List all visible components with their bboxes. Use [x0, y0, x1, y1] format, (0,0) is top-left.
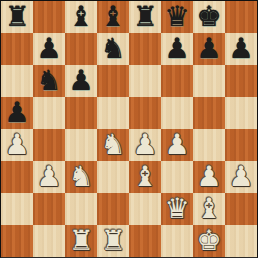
square-d5[interactable] — [97, 97, 129, 129]
square-e4[interactable]: ♟ — [129, 129, 161, 161]
black-knight-piece: ♞ — [97, 33, 129, 65]
black-pawn-piece: ♟ — [1, 97, 33, 129]
square-a4[interactable]: ♟ — [1, 129, 33, 161]
square-f4[interactable]: ♟ — [161, 129, 193, 161]
square-b6[interactable]: ♞ — [33, 65, 65, 97]
square-a7[interactable] — [1, 33, 33, 65]
square-d4[interactable]: ♞ — [97, 129, 129, 161]
white-rook-piece: ♜ — [97, 225, 129, 257]
square-c4[interactable] — [65, 129, 97, 161]
square-f5[interactable] — [161, 97, 193, 129]
white-bishop-piece: ♝ — [193, 193, 225, 225]
white-knight-piece: ♞ — [97, 129, 129, 161]
white-knight-piece: ♞ — [65, 161, 97, 193]
chess-board-frame: ♜♝♝♜♛♚♟♞♟♟♟♞♟♟♟♞♟♟♟♞♝♟♟♛♝♜♜♚ — [0, 0, 258, 258]
square-e6[interactable] — [129, 65, 161, 97]
square-a3[interactable] — [1, 161, 33, 193]
square-b5[interactable] — [33, 97, 65, 129]
square-h8[interactable] — [225, 1, 257, 33]
square-f6[interactable] — [161, 65, 193, 97]
square-d8[interactable]: ♝ — [97, 1, 129, 33]
chess-board: ♜♝♝♜♛♚♟♞♟♟♟♞♟♟♟♞♟♟♟♞♝♟♟♛♝♜♜♚ — [1, 1, 257, 257]
square-f2[interactable]: ♛ — [161, 193, 193, 225]
black-queen-piece: ♛ — [161, 1, 193, 33]
black-king-piece: ♚ — [193, 1, 225, 33]
square-e8[interactable]: ♜ — [129, 1, 161, 33]
square-e1[interactable] — [129, 225, 161, 257]
black-bishop-piece: ♝ — [97, 1, 129, 33]
square-f7[interactable]: ♟ — [161, 33, 193, 65]
square-d3[interactable] — [97, 161, 129, 193]
square-c8[interactable]: ♝ — [65, 1, 97, 33]
square-a6[interactable] — [1, 65, 33, 97]
black-knight-piece: ♞ — [33, 65, 65, 97]
square-f8[interactable]: ♛ — [161, 1, 193, 33]
black-pawn-piece: ♟ — [193, 33, 225, 65]
black-pawn-piece: ♟ — [225, 33, 257, 65]
square-c7[interactable] — [65, 33, 97, 65]
square-g7[interactable]: ♟ — [193, 33, 225, 65]
white-pawn-piece: ♟ — [225, 161, 257, 193]
square-b7[interactable]: ♟ — [33, 33, 65, 65]
square-g3[interactable]: ♟ — [193, 161, 225, 193]
square-b2[interactable] — [33, 193, 65, 225]
black-pawn-piece: ♟ — [161, 33, 193, 65]
square-c1[interactable]: ♜ — [65, 225, 97, 257]
black-rook-piece: ♜ — [129, 1, 161, 33]
white-pawn-piece: ♟ — [1, 129, 33, 161]
white-king-piece: ♚ — [193, 225, 225, 257]
square-f3[interactable] — [161, 161, 193, 193]
square-c5[interactable] — [65, 97, 97, 129]
white-pawn-piece: ♟ — [193, 161, 225, 193]
square-a1[interactable] — [1, 225, 33, 257]
white-bishop-piece: ♝ — [129, 161, 161, 193]
black-pawn-piece: ♟ — [33, 33, 65, 65]
white-rook-piece: ♜ — [65, 225, 97, 257]
square-h3[interactable]: ♟ — [225, 161, 257, 193]
black-bishop-piece: ♝ — [65, 1, 97, 33]
square-g8[interactable]: ♚ — [193, 1, 225, 33]
square-h4[interactable] — [225, 129, 257, 161]
square-d2[interactable] — [97, 193, 129, 225]
square-h6[interactable] — [225, 65, 257, 97]
square-a5[interactable]: ♟ — [1, 97, 33, 129]
white-pawn-piece: ♟ — [161, 129, 193, 161]
white-pawn-piece: ♟ — [129, 129, 161, 161]
square-e5[interactable] — [129, 97, 161, 129]
square-g6[interactable] — [193, 65, 225, 97]
black-pawn-piece: ♟ — [65, 65, 97, 97]
square-c2[interactable] — [65, 193, 97, 225]
white-pawn-piece: ♟ — [33, 161, 65, 193]
square-g2[interactable]: ♝ — [193, 193, 225, 225]
square-e3[interactable]: ♝ — [129, 161, 161, 193]
square-a2[interactable] — [1, 193, 33, 225]
square-f1[interactable] — [161, 225, 193, 257]
square-g4[interactable] — [193, 129, 225, 161]
square-g1[interactable]: ♚ — [193, 225, 225, 257]
square-c3[interactable]: ♞ — [65, 161, 97, 193]
square-h2[interactable] — [225, 193, 257, 225]
square-h7[interactable]: ♟ — [225, 33, 257, 65]
square-h5[interactable] — [225, 97, 257, 129]
black-rook-piece: ♜ — [1, 1, 33, 33]
square-b4[interactable] — [33, 129, 65, 161]
square-a8[interactable]: ♜ — [1, 1, 33, 33]
white-queen-piece: ♛ — [161, 193, 193, 225]
square-e7[interactable] — [129, 33, 161, 65]
square-d1[interactable]: ♜ — [97, 225, 129, 257]
square-h1[interactable] — [225, 225, 257, 257]
square-d7[interactable]: ♞ — [97, 33, 129, 65]
square-e2[interactable] — [129, 193, 161, 225]
square-d6[interactable] — [97, 65, 129, 97]
square-b3[interactable]: ♟ — [33, 161, 65, 193]
square-g5[interactable] — [193, 97, 225, 129]
square-c6[interactable]: ♟ — [65, 65, 97, 97]
square-b8[interactable] — [33, 1, 65, 33]
square-b1[interactable] — [33, 225, 65, 257]
